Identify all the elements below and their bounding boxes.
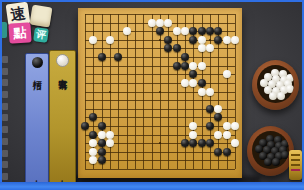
white-stone xyxy=(106,36,114,44)
white-stone xyxy=(198,44,206,52)
white-stone xyxy=(206,88,214,96)
black-stone xyxy=(98,122,106,130)
video-frame: 柯洁 九段 申真谞 九段 速 點 评 xyxy=(0,0,304,190)
black-stone xyxy=(89,113,97,121)
black-stone xyxy=(198,27,206,35)
white-stone xyxy=(198,88,206,96)
black-stone xyxy=(98,148,106,156)
caption-glyph xyxy=(2,173,8,180)
white-stone xyxy=(106,131,114,139)
white-stone xyxy=(214,131,222,139)
frame-border-top xyxy=(0,0,304,2)
black-stone xyxy=(214,148,222,156)
frame-border-right xyxy=(302,0,304,190)
black-stone xyxy=(189,27,197,35)
white-stone xyxy=(123,27,131,35)
white-stone xyxy=(231,122,239,130)
left-caption-strip xyxy=(2,56,9,180)
white-bowl-stone xyxy=(277,92,285,100)
grid-line-horizontal xyxy=(85,169,235,170)
black-stone xyxy=(98,156,106,164)
white-stone xyxy=(189,62,197,70)
white-stone xyxy=(223,131,231,139)
black-stone xyxy=(173,44,181,52)
grid-line-vertical xyxy=(177,14,178,169)
white-player-rank: 九段 xyxy=(58,173,67,175)
caption-glyph xyxy=(2,126,8,133)
caption-glyph xyxy=(2,114,8,121)
white-stone xyxy=(89,156,97,164)
star-point xyxy=(159,91,161,93)
white-stone-bowl xyxy=(252,60,299,110)
caption-glyph xyxy=(2,56,8,63)
frame-border-left xyxy=(0,0,2,190)
grid-line-horizontal xyxy=(85,160,235,161)
logo-tile-blank xyxy=(30,5,53,28)
white-stone xyxy=(181,79,189,87)
white-stone xyxy=(164,19,172,27)
caption-glyph xyxy=(2,68,8,75)
white-stone xyxy=(214,105,222,113)
black-stone xyxy=(81,122,89,130)
black-stone xyxy=(206,122,214,130)
white-stone xyxy=(198,36,206,44)
black-stone xyxy=(98,139,106,147)
white-stone xyxy=(206,44,214,52)
white-stone xyxy=(189,79,197,87)
black-stone xyxy=(164,44,172,52)
black-stone xyxy=(206,105,214,113)
white-bowl-stone xyxy=(286,85,294,93)
grid-line-horizontal xyxy=(85,152,235,153)
black-stone xyxy=(189,70,197,78)
white-stone-icon xyxy=(56,54,69,67)
logo-tile-dian: 點 xyxy=(8,22,31,43)
player-plate-white: 申真谞 九段 xyxy=(49,50,76,184)
player-plate-black: 柯洁 九段 xyxy=(25,53,49,184)
black-stone xyxy=(214,36,222,44)
white-stone xyxy=(189,122,197,130)
channel-logo: 速 點 评 xyxy=(0,0,64,50)
grid-line-horizontal xyxy=(85,100,235,101)
black-stone xyxy=(114,53,122,61)
black-stone xyxy=(89,131,97,139)
star-point xyxy=(109,91,111,93)
caption-glyph xyxy=(2,91,8,98)
black-stone xyxy=(164,36,172,44)
black-stone-icon xyxy=(32,57,43,68)
caption-glyph xyxy=(2,103,8,110)
black-bowl-stone xyxy=(264,158,272,166)
white-stone xyxy=(181,27,189,35)
black-stone xyxy=(181,62,189,70)
white-player-name: 申真谞 xyxy=(58,72,67,75)
white-stone xyxy=(173,27,181,35)
black-bowl-stone xyxy=(281,151,289,159)
black-player-name: 柯洁 xyxy=(33,73,42,75)
black-stone xyxy=(98,53,106,61)
white-stone xyxy=(89,36,97,44)
white-stone xyxy=(189,131,197,139)
white-stone xyxy=(223,36,231,44)
caption-glyph xyxy=(2,150,8,157)
black-stone xyxy=(206,27,214,35)
white-stone xyxy=(89,148,97,156)
white-bowl-stone xyxy=(269,92,277,100)
black-stone xyxy=(198,139,206,147)
black-stone xyxy=(189,36,197,44)
white-stone xyxy=(223,122,231,130)
star-point xyxy=(209,39,211,41)
black-stone xyxy=(198,79,206,87)
white-stone xyxy=(223,70,231,78)
black-stone xyxy=(181,53,189,61)
watermark-badge xyxy=(289,150,302,180)
white-stone xyxy=(156,19,164,27)
black-stone xyxy=(214,27,222,35)
white-bowl-stones xyxy=(257,65,294,103)
white-stone xyxy=(231,139,239,147)
black-stone xyxy=(206,139,214,147)
black-stone-bowl xyxy=(247,126,294,176)
black-stone xyxy=(156,27,164,35)
white-stone xyxy=(98,131,106,139)
caption-glyph xyxy=(2,79,8,86)
caption-glyph xyxy=(2,138,8,145)
black-stone xyxy=(173,62,181,70)
go-board xyxy=(78,8,242,178)
black-bowl-stone xyxy=(272,158,280,166)
black-stone xyxy=(223,148,231,156)
caption-glyph xyxy=(2,161,8,168)
white-stone xyxy=(148,19,156,27)
black-stone xyxy=(181,139,189,147)
black-player-rank: 九段 xyxy=(33,173,42,175)
black-bowl-stones xyxy=(252,131,289,169)
white-stone xyxy=(106,139,114,147)
star-point xyxy=(159,39,161,41)
white-stone xyxy=(89,139,97,147)
white-stone xyxy=(231,36,239,44)
white-stone xyxy=(198,62,206,70)
black-stone xyxy=(189,139,197,147)
frame-border-bottom xyxy=(0,182,304,190)
black-stone xyxy=(214,113,222,121)
logo-badge-ping: 评 xyxy=(33,27,49,43)
grid-line-horizontal xyxy=(85,117,235,118)
